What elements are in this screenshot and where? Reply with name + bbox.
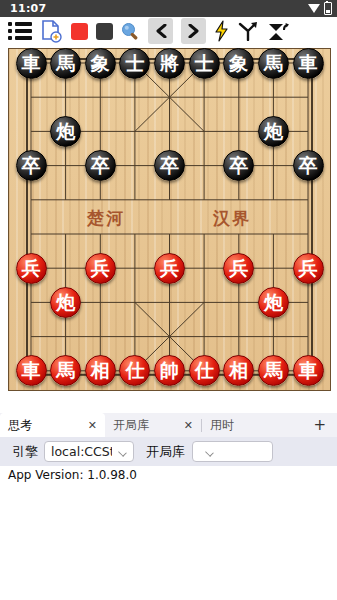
piece-black-r0c1[interactable]: 馬 — [50, 48, 81, 79]
piece-red-r7c7[interactable]: 炮 — [258, 287, 289, 318]
chevron-left-icon — [155, 24, 167, 38]
piece-black-r0c7[interactable]: 馬 — [258, 48, 289, 79]
piece-red-r9c4[interactable]: 帥 — [154, 355, 185, 386]
add-tab-button[interactable]: + — [313, 416, 326, 434]
piece-black-r3c8[interactable]: 卒 — [293, 150, 324, 181]
status-bar: 11:07 — [0, 0, 337, 17]
piece-black-r0c3[interactable]: 士 — [119, 48, 150, 79]
piece-red-r9c5[interactable]: 仕 — [189, 355, 220, 386]
piece-red-r6c6[interactable]: 兵 — [223, 253, 254, 284]
piece-black-r3c0[interactable]: 卒 — [16, 150, 47, 181]
tab-time-used[interactable]: 用时 — [202, 413, 242, 437]
piece-red-r9c7[interactable]: 馬 — [258, 355, 289, 386]
piece-red-r6c8[interactable]: 兵 — [293, 253, 324, 284]
piece-red-r9c8[interactable]: 車 — [293, 355, 324, 386]
piece-black-r0c2[interactable]: 象 — [85, 48, 116, 79]
chevron-right-icon — [188, 24, 200, 38]
board-pieces: 車馬象士將士象馬車炮炮卒卒卒卒卒兵兵兵兵兵炮炮車馬相仕帥仕相馬車 — [14, 46, 326, 388]
black-square-icon — [96, 23, 113, 40]
piece-black-r0c0[interactable]: 車 — [16, 48, 47, 79]
chevron-down-icon — [206, 448, 214, 456]
app-version-text: App Version: 1.0.98.0 — [8, 468, 137, 482]
piece-black-r0c5[interactable]: 士 — [189, 48, 220, 79]
search-icon — [121, 22, 140, 41]
new-file-icon — [40, 20, 63, 43]
tab-label: 用时 — [210, 417, 234, 434]
piece-red-r6c2[interactable]: 兵 — [85, 253, 116, 284]
piece-black-r2c1[interactable]: 炮 — [50, 116, 81, 147]
flip-board-button[interactable] — [267, 21, 290, 42]
menu-button[interactable] — [8, 22, 32, 40]
tab-label: 开局库 — [113, 417, 149, 434]
tab-thinking[interactable]: 思考 ✕ — [0, 413, 105, 437]
toolbar — [0, 17, 337, 45]
flip-board-icon — [267, 21, 290, 42]
engine-select-value: local:CCSto — [51, 444, 112, 459]
tab-bar: 思考 ✕ 开局库 ✕ 用时 + — [0, 413, 337, 437]
opening-book-label: 开局库 — [146, 443, 185, 461]
variation-button[interactable] — [237, 21, 259, 41]
piece-red-r7c1[interactable]: 炮 — [50, 287, 81, 318]
search-button[interactable] — [121, 22, 140, 41]
next-move-button[interactable] — [181, 18, 206, 44]
variation-branch-icon — [237, 21, 259, 41]
opening-book-select[interactable] — [192, 441, 273, 462]
piece-black-r0c4[interactable]: 將 — [154, 48, 185, 79]
piece-red-r9c6[interactable]: 相 — [223, 355, 254, 386]
black-side-button[interactable] — [96, 23, 113, 40]
piece-red-r9c1[interactable]: 馬 — [50, 355, 81, 386]
piece-red-r9c3[interactable]: 仕 — [119, 355, 150, 386]
menu-icon — [8, 22, 32, 40]
piece-black-r0c8[interactable]: 車 — [293, 48, 324, 79]
close-icon[interactable]: ✕ — [184, 419, 193, 432]
engine-go-button[interactable] — [214, 20, 229, 42]
piece-black-r3c2[interactable]: 卒 — [85, 150, 116, 181]
battery-icon — [324, 2, 332, 15]
tab-label: 思考 — [8, 417, 32, 434]
wifi-icon — [308, 4, 320, 13]
piece-black-r2c7[interactable]: 炮 — [258, 116, 289, 147]
close-icon[interactable]: ✕ — [88, 419, 97, 432]
piece-red-r6c4[interactable]: 兵 — [154, 253, 185, 284]
piece-red-r6c0[interactable]: 兵 — [16, 253, 47, 284]
chevron-down-icon — [119, 448, 127, 456]
new-file-button[interactable] — [40, 20, 63, 43]
prev-move-button[interactable] — [148, 18, 173, 44]
clock: 11:07 — [10, 2, 47, 15]
piece-red-r9c2[interactable]: 相 — [85, 355, 116, 386]
engine-label: 引擎 — [12, 443, 38, 461]
piece-red-r9c0[interactable]: 車 — [16, 355, 47, 386]
tab-opening-book[interactable]: 开局库 ✕ — [105, 413, 201, 437]
piece-black-r3c4[interactable]: 卒 — [154, 150, 185, 181]
piece-black-r0c6[interactable]: 象 — [223, 48, 254, 79]
engine-panel: 引擎 local:CCSto 开局库 — [0, 437, 337, 466]
red-square-icon — [71, 23, 88, 40]
red-side-button[interactable] — [71, 23, 88, 40]
engine-select[interactable]: local:CCSto — [44, 441, 134, 462]
piece-black-r3c6[interactable]: 卒 — [223, 150, 254, 181]
lightning-icon — [214, 20, 229, 42]
xiangqi-board[interactable]: 楚河 汉界 車馬象士將士象馬車炮炮卒卒卒卒卒兵兵兵兵兵炮炮車馬相仕帥仕相馬車 — [8, 48, 331, 391]
